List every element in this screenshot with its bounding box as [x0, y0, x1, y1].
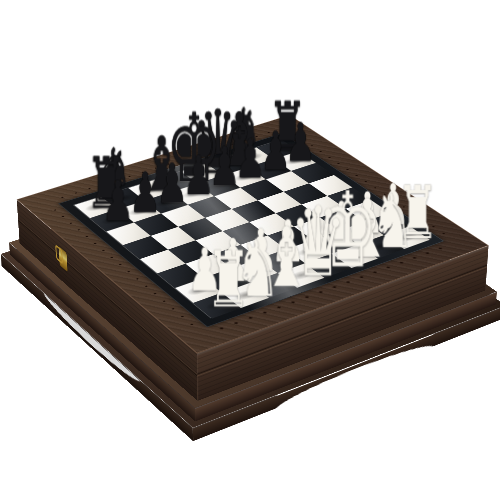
- brass-clasp: [59, 246, 68, 272]
- square-a1: ♜: [193, 293, 241, 319]
- product-photo-chess-set: ♜♞♝♚♛♝♞♜♟♟♟♟♟♟♟♟♟♟♟♟♟♟♟♟♜♞♝♛♚♝♞♜: [0, 0, 500, 500]
- chess-box: ♜♞♝♚♛♝♞♜♟♟♟♟♟♟♟♟♟♟♟♟♟♟♟♟♜♞♝♛♚♝♞♜: [17, 115, 489, 353]
